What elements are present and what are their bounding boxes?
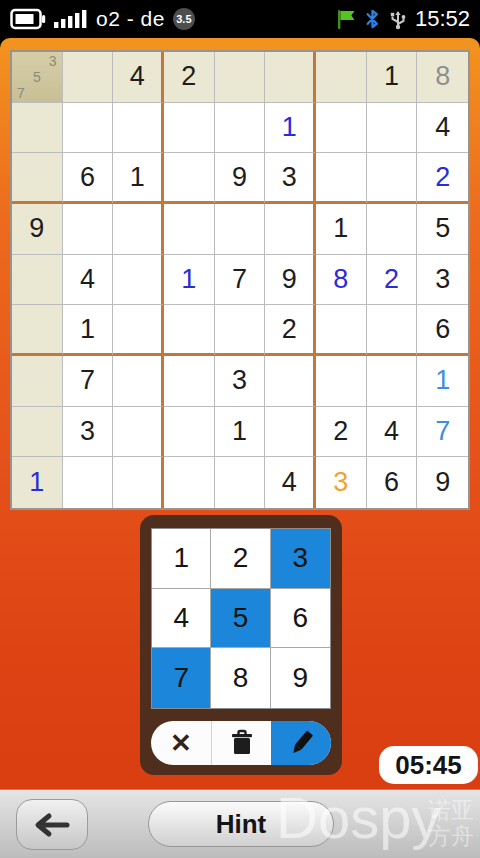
numpad-key-6[interactable]: 6 bbox=[271, 589, 330, 649]
cell-r8c5[interactable]: 1 bbox=[215, 407, 266, 458]
numpad-key-9[interactable]: 9 bbox=[271, 648, 330, 708]
screen: o2 - de 3.5 15:52 35742181461932 bbox=[0, 0, 480, 858]
cell-r5c4[interactable]: 1 bbox=[164, 255, 215, 306]
cell-r4c2[interactable] bbox=[63, 204, 114, 255]
cell-r6c2[interactable]: 1 bbox=[63, 305, 114, 356]
bottom-bar: Hint Dospy 诺亚 方舟 bbox=[0, 789, 480, 858]
cell-r3c6[interactable]: 3 bbox=[265, 153, 316, 204]
cell-r6c3[interactable] bbox=[113, 305, 164, 356]
cell-r1c8[interactable]: 1 bbox=[367, 52, 418, 103]
cell-r3c7[interactable] bbox=[316, 153, 367, 204]
cell-r7c4[interactable] bbox=[164, 356, 215, 407]
cell-r1c2[interactable] bbox=[63, 52, 114, 103]
cell-r7c8[interactable] bbox=[367, 356, 418, 407]
pencil-marks: 357 bbox=[13, 53, 61, 101]
cell-r3c5[interactable]: 9 bbox=[215, 153, 266, 204]
cell-r5c6[interactable]: 9 bbox=[265, 255, 316, 306]
cell-r8c1[interactable] bbox=[12, 407, 63, 458]
cell-r7c1[interactable] bbox=[12, 356, 63, 407]
watermark-chinese-line1: 诺亚 bbox=[428, 797, 474, 823]
cell-r8c4[interactable] bbox=[164, 407, 215, 458]
cell-r6c6[interactable]: 2 bbox=[265, 305, 316, 356]
cell-r6c4[interactable] bbox=[164, 305, 215, 356]
numpad-key-2[interactable]: 2 bbox=[211, 529, 270, 589]
erase-button[interactable] bbox=[211, 721, 272, 765]
numpad-key-8[interactable]: 8 bbox=[211, 648, 270, 708]
sudoku-grid: 3574218146193291541798231267313124714369 bbox=[10, 50, 470, 510]
close-button[interactable]: ✕ bbox=[151, 721, 211, 765]
cell-r1c9[interactable]: 8 bbox=[417, 52, 468, 103]
cell-r6c5[interactable] bbox=[215, 305, 266, 356]
watermark-chinese: 诺亚 方舟 bbox=[428, 797, 474, 849]
cell-r9c7[interactable]: 3 bbox=[316, 457, 367, 508]
pencil-icon bbox=[286, 728, 316, 758]
cell-r2c5[interactable] bbox=[215, 103, 266, 154]
signal-strength-icon bbox=[54, 8, 88, 30]
cell-r2c7[interactable] bbox=[316, 103, 367, 154]
cell-r7c5[interactable]: 3 bbox=[215, 356, 266, 407]
cell-r2c1[interactable] bbox=[12, 103, 63, 154]
cell-r8c7[interactable]: 2 bbox=[316, 407, 367, 458]
cell-r9c9[interactable]: 9 bbox=[417, 457, 468, 508]
numpad: 123456789 bbox=[151, 528, 331, 709]
cell-r1c1[interactable]: 357 bbox=[12, 52, 63, 103]
cell-r5c7[interactable]: 8 bbox=[316, 255, 367, 306]
cell-r7c9[interactable]: 1 bbox=[417, 356, 468, 407]
carrier-label: o2 - de bbox=[96, 7, 165, 31]
cell-r4c4[interactable] bbox=[164, 204, 215, 255]
cell-r2c9[interactable]: 4 bbox=[417, 103, 468, 154]
cell-r7c6[interactable] bbox=[265, 356, 316, 407]
numpad-key-5[interactable]: 5 bbox=[211, 589, 270, 649]
cell-r3c4[interactable] bbox=[164, 153, 215, 204]
numpad-key-3[interactable]: 3 bbox=[271, 529, 330, 589]
cell-r3c1[interactable] bbox=[12, 153, 63, 204]
edit-toolbar: ✕ bbox=[151, 721, 331, 765]
status-bar: o2 - de 3.5 15:52 bbox=[0, 0, 480, 38]
cell-r9c4[interactable] bbox=[164, 457, 215, 508]
pencil-mode-button[interactable] bbox=[271, 721, 331, 765]
cell-r3c8[interactable] bbox=[367, 153, 418, 204]
clock: 15:52 bbox=[415, 6, 470, 32]
cell-r4c3[interactable] bbox=[113, 204, 164, 255]
cell-r3c9[interactable]: 2 bbox=[417, 153, 468, 204]
cell-r5c8[interactable]: 2 bbox=[367, 255, 418, 306]
cell-r9c3[interactable] bbox=[113, 457, 164, 508]
cell-r2c2[interactable] bbox=[63, 103, 114, 154]
cell-r6c9[interactable]: 6 bbox=[417, 305, 468, 356]
cell-r9c2[interactable] bbox=[63, 457, 114, 508]
trash-icon bbox=[229, 729, 255, 757]
network-type-badge: 3.5 bbox=[173, 8, 195, 30]
cell-r2c4[interactable] bbox=[164, 103, 215, 154]
cell-r2c3[interactable] bbox=[113, 103, 164, 154]
cell-r1c5[interactable] bbox=[215, 52, 266, 103]
cell-r4c9[interactable]: 5 bbox=[417, 204, 468, 255]
cell-r3c3[interactable]: 1 bbox=[113, 153, 164, 204]
cell-r8c9[interactable]: 7 bbox=[417, 407, 468, 458]
status-icons: 15:52 bbox=[335, 6, 470, 32]
cell-r4c8[interactable] bbox=[367, 204, 418, 255]
cell-r9c6[interactable]: 4 bbox=[265, 457, 316, 508]
cell-r7c3[interactable] bbox=[113, 356, 164, 407]
cell-r2c6[interactable]: 1 bbox=[265, 103, 316, 154]
cell-r7c7[interactable] bbox=[316, 356, 367, 407]
cell-r1c6[interactable] bbox=[265, 52, 316, 103]
cell-r4c7[interactable]: 1 bbox=[316, 204, 367, 255]
cell-r8c2[interactable]: 3 bbox=[63, 407, 114, 458]
cell-r6c1[interactable] bbox=[12, 305, 63, 356]
cell-r9c1[interactable]: 1 bbox=[12, 457, 63, 508]
numpad-key-4[interactable]: 4 bbox=[152, 589, 211, 649]
cell-r5c1[interactable] bbox=[12, 255, 63, 306]
back-arrow-icon bbox=[31, 812, 73, 838]
usb-icon bbox=[388, 8, 408, 30]
cell-r4c5[interactable] bbox=[215, 204, 266, 255]
cell-r9c8[interactable]: 6 bbox=[367, 457, 418, 508]
cell-r7c2[interactable]: 7 bbox=[63, 356, 114, 407]
watermark-chinese-line2: 方舟 bbox=[428, 823, 474, 849]
cell-r3c2[interactable]: 6 bbox=[63, 153, 114, 204]
close-icon: ✕ bbox=[170, 730, 192, 756]
timer: 05:45 bbox=[379, 746, 478, 784]
cell-r8c8[interactable]: 4 bbox=[367, 407, 418, 458]
hint-button[interactable]: Hint bbox=[148, 801, 334, 847]
numpad-key-1[interactable]: 1 bbox=[152, 529, 211, 589]
cell-r6c7[interactable] bbox=[316, 305, 367, 356]
cell-r1c3[interactable]: 4 bbox=[113, 52, 164, 103]
cell-r2c8[interactable] bbox=[367, 103, 418, 154]
cell-r5c9[interactable]: 3 bbox=[417, 255, 468, 306]
flag-icon bbox=[335, 8, 357, 30]
cell-r9c5[interactable] bbox=[215, 457, 266, 508]
cell-r1c4[interactable]: 2 bbox=[164, 52, 215, 103]
cell-r6c8[interactable] bbox=[367, 305, 418, 356]
cell-r8c6[interactable] bbox=[265, 407, 316, 458]
cell-r1c7[interactable] bbox=[316, 52, 367, 103]
cell-r8c3[interactable] bbox=[113, 407, 164, 458]
cell-r5c5[interactable]: 7 bbox=[215, 255, 266, 306]
numpad-panel: 123456789 ✕ bbox=[140, 515, 342, 775]
numpad-key-7[interactable]: 7 bbox=[152, 648, 211, 708]
cell-r5c3[interactable] bbox=[113, 255, 164, 306]
bluetooth-icon bbox=[364, 8, 381, 30]
cell-r5c2[interactable]: 4 bbox=[63, 255, 114, 306]
battery-icon bbox=[10, 8, 46, 30]
back-button[interactable] bbox=[16, 799, 88, 850]
cell-r4c6[interactable] bbox=[265, 204, 316, 255]
cell-r4c1[interactable]: 9 bbox=[12, 204, 63, 255]
